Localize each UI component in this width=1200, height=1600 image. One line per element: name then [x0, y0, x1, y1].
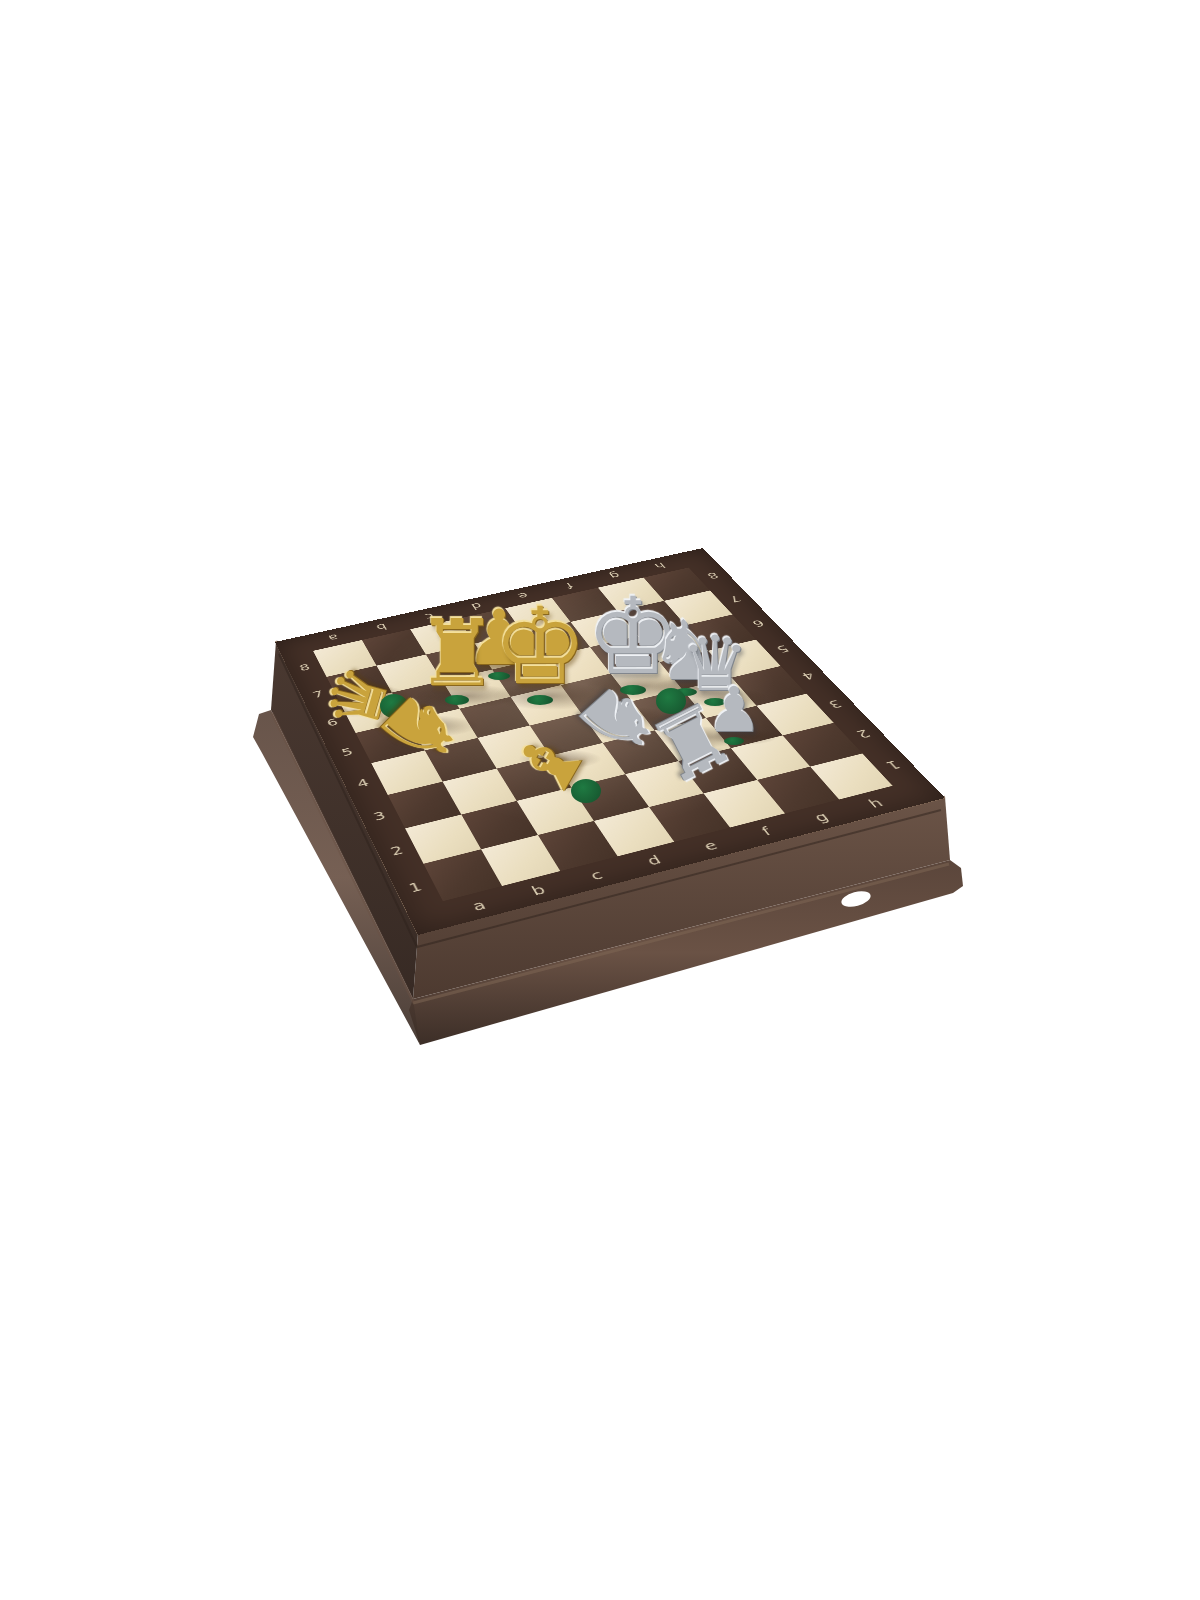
product-photo: 87654321 87654321 abcdefgh abcdefgh ♜♟♚♛…	[0, 0, 1200, 1600]
foot-cutout-front	[543, 1035, 587, 1053]
